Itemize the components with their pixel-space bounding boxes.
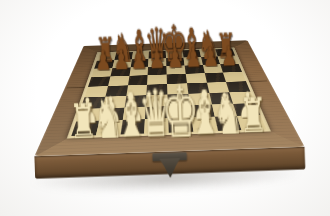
square-a7: ♟ bbox=[94, 60, 114, 69]
square-c6 bbox=[129, 67, 148, 76]
square-c7: ♟ bbox=[130, 59, 148, 68]
square-b7: ♟ bbox=[112, 59, 131, 68]
square-h7: ♟ bbox=[218, 56, 239, 64]
latch-pendant bbox=[159, 158, 181, 179]
piece-white-rook: ♜ bbox=[239, 91, 268, 140]
square-g7: ♟ bbox=[201, 56, 221, 64]
chess-box: ♜♞♝♛♚♝♞♜♟♟♟♟♟♟♟♟♟♟♟♟♟♟♟♟♜♞♝♛♚♝♞♜ bbox=[34, 40, 304, 156]
square-f7: ♟ bbox=[183, 57, 202, 65]
square-d7: ♟ bbox=[148, 58, 166, 67]
product-photo: ♜♞♝♛♚♝♞♜♟♟♟♟♟♟♟♟♟♟♟♟♟♟♟♟♜♞♝♛♚♝♞♜ bbox=[0, 0, 330, 216]
latch-clasp-icon bbox=[150, 151, 191, 182]
square-h1: ♜ bbox=[237, 115, 266, 130]
box-lid-top: ♜♞♝♛♚♝♞♜♟♟♟♟♟♟♟♟♟♟♟♟♟♟♟♟♜♞♝♛♚♝♞♜ bbox=[34, 40, 304, 156]
square-e7: ♟ bbox=[166, 58, 184, 66]
chess-board: ♜♞♝♛♚♝♞♜♟♟♟♟♟♟♟♟♟♟♟♟♟♟♟♟♜♞♝♛♚♝♞♜ bbox=[71, 49, 266, 137]
square-a6 bbox=[91, 68, 112, 77]
piece-black-pawn: ♟ bbox=[94, 46, 111, 74]
square-g1: ♞ bbox=[214, 116, 242, 131]
